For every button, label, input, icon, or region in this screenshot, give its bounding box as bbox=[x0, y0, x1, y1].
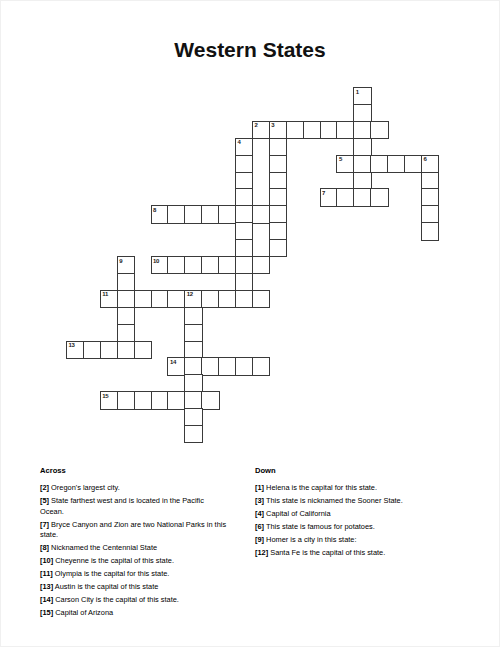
grid-cell[interactable] bbox=[353, 155, 371, 173]
grid-cell[interactable] bbox=[151, 290, 169, 308]
across-clue-list: [2] Oregon's largest city.[5] State fart… bbox=[40, 483, 227, 619]
clue-item: [12] Santa Fe is the capital of this sta… bbox=[255, 548, 467, 559]
grid-cell[interactable] bbox=[252, 205, 270, 223]
grid-cell[interactable] bbox=[167, 391, 185, 409]
grid-cell[interactable]: 13 bbox=[66, 341, 84, 359]
grid-cell[interactable] bbox=[117, 324, 135, 342]
puzzle-title: Western States bbox=[0, 38, 500, 62]
grid-cell[interactable]: 9 bbox=[117, 256, 135, 274]
grid-cell[interactable] bbox=[201, 256, 219, 274]
grid-cell[interactable] bbox=[235, 256, 253, 274]
across-header: Across bbox=[40, 466, 227, 476]
grid-cell[interactable] bbox=[184, 391, 202, 409]
grid-cell[interactable] bbox=[117, 341, 135, 359]
grid-cell[interactable] bbox=[167, 256, 185, 274]
clue-number: [6] bbox=[255, 522, 264, 531]
grid-cell[interactable] bbox=[353, 138, 371, 156]
down-header: Down bbox=[255, 466, 467, 476]
grid-cell[interactable] bbox=[218, 205, 236, 223]
grid-cell[interactable] bbox=[235, 239, 253, 257]
cell-number: 2 bbox=[254, 122, 257, 129]
grid-cell[interactable] bbox=[353, 121, 371, 139]
grid-cell[interactable] bbox=[235, 205, 253, 223]
grid-cell[interactable] bbox=[83, 341, 101, 359]
clue-item: [1] Helena is the capital for this state… bbox=[255, 483, 467, 494]
down-clues-section: Down [1] Helena is the capital for this … bbox=[255, 466, 467, 561]
grid-cell[interactable] bbox=[235, 357, 253, 375]
cell-number: 7 bbox=[322, 190, 325, 197]
grid-cell[interactable] bbox=[235, 188, 253, 206]
grid-cell[interactable] bbox=[269, 239, 287, 257]
grid-cell[interactable] bbox=[184, 425, 202, 443]
grid-cell[interactable]: 10 bbox=[151, 256, 169, 274]
cell-number: 8 bbox=[153, 207, 156, 214]
grid-cell[interactable] bbox=[184, 357, 202, 375]
grid-cell[interactable]: 8 bbox=[151, 205, 169, 223]
grid-cell[interactable] bbox=[184, 374, 202, 392]
clue-number: [8] bbox=[40, 543, 49, 552]
down-clue-list: [1] Helena is the capital for this state… bbox=[255, 483, 467, 559]
grid-cell[interactable]: 5 bbox=[336, 155, 354, 173]
clue-number: [15] bbox=[40, 608, 53, 617]
page: Western States 123456789101112131415 Acr… bbox=[0, 0, 500, 647]
clue-number: [5] bbox=[40, 496, 49, 505]
clue-number: [2] bbox=[40, 483, 49, 492]
grid-cell[interactable] bbox=[184, 324, 202, 342]
grid-cell[interactable]: 15 bbox=[100, 391, 118, 409]
cell-number: 11 bbox=[102, 291, 108, 298]
grid-cell[interactable]: 3 bbox=[269, 121, 287, 139]
clue-number: [1] bbox=[255, 483, 264, 492]
clue-number: [3] bbox=[255, 496, 264, 505]
grid-cell[interactable] bbox=[404, 155, 422, 173]
crossword-grid: 123456789101112131415 bbox=[66, 87, 440, 444]
clue-item: [2] Oregon's largest city. bbox=[40, 483, 227, 494]
grid-cell[interactable] bbox=[353, 188, 371, 206]
clue-item: [5] State farthest west and is located i… bbox=[40, 496, 227, 517]
cell-number: 5 bbox=[339, 156, 342, 163]
grid-cell[interactable] bbox=[218, 357, 236, 375]
grid-cell[interactable] bbox=[269, 172, 287, 190]
grid-cell[interactable] bbox=[336, 188, 354, 206]
grid-cell[interactable] bbox=[252, 256, 270, 274]
clue-item: [10] Cheyenne is the capital of this sta… bbox=[40, 556, 227, 567]
clue-item: [6] This state is famous for potatoes. bbox=[255, 522, 467, 533]
clue-item: [13] Austin is the capital of this state bbox=[40, 582, 227, 593]
grid-cell[interactable] bbox=[218, 290, 236, 308]
cell-number: 6 bbox=[423, 156, 426, 163]
grid-cell[interactable] bbox=[269, 138, 287, 156]
grid-cell[interactable] bbox=[218, 256, 236, 274]
grid-cell[interactable] bbox=[184, 408, 202, 426]
clue-number: [9] bbox=[255, 535, 264, 544]
grid-cell[interactable] bbox=[235, 273, 253, 291]
grid-cell[interactable] bbox=[387, 155, 405, 173]
cell-number: 15 bbox=[102, 393, 108, 400]
clue-item: [11] Olympia is the capital for this sta… bbox=[40, 569, 227, 580]
cell-number: 3 bbox=[271, 122, 274, 129]
grid-cell[interactable] bbox=[184, 256, 202, 274]
grid-cell[interactable] bbox=[421, 172, 439, 190]
grid-cell[interactable] bbox=[421, 222, 439, 240]
grid-cell[interactable]: 11 bbox=[100, 290, 118, 308]
grid-cell[interactable]: 7 bbox=[320, 188, 338, 206]
across-clues-section: Across [2] Oregon's largest city.[5] Sta… bbox=[40, 466, 227, 621]
grid-cell[interactable]: 1 bbox=[353, 87, 371, 105]
clue-item: [15] Capital of Arizona bbox=[40, 608, 227, 619]
grid-cell[interactable] bbox=[370, 188, 388, 206]
grid-cell[interactable] bbox=[235, 222, 253, 240]
grid-cell[interactable] bbox=[117, 290, 135, 308]
grid-cell[interactable] bbox=[235, 172, 253, 190]
grid-cell[interactable] bbox=[117, 391, 135, 409]
grid-cell[interactable] bbox=[421, 188, 439, 206]
grid-cell[interactable] bbox=[353, 104, 371, 122]
clue-number: [10] bbox=[40, 556, 53, 565]
clue-item: [7] Bryce Canyon and Zion are two Nation… bbox=[40, 520, 227, 541]
clue-number: [14] bbox=[40, 595, 53, 604]
clue-number: [12] bbox=[255, 548, 268, 557]
cell-number: 14 bbox=[170, 359, 176, 366]
grid-cell[interactable] bbox=[303, 121, 321, 139]
clue-number: [4] bbox=[255, 509, 264, 518]
grid-cell[interactable] bbox=[134, 341, 152, 359]
grid-cell[interactable] bbox=[235, 155, 253, 173]
clue-item: [3] This state is nicknamed the Sooner S… bbox=[255, 496, 467, 507]
grid-cell[interactable] bbox=[421, 205, 439, 223]
cell-number: 4 bbox=[238, 139, 241, 146]
grid-cell[interactable]: 12 bbox=[184, 290, 202, 308]
grid-cell[interactable] bbox=[370, 155, 388, 173]
grid-cell[interactable] bbox=[184, 205, 202, 223]
grid-cell[interactable] bbox=[134, 290, 152, 308]
grid-cell[interactable] bbox=[184, 341, 202, 359]
grid-cell[interactable] bbox=[100, 341, 118, 359]
grid-cell[interactable] bbox=[201, 357, 219, 375]
cell-number: 12 bbox=[187, 291, 193, 298]
clue-number: [13] bbox=[40, 582, 53, 591]
grid-cell[interactable] bbox=[269, 222, 287, 240]
clue-number: [7] bbox=[40, 520, 49, 529]
clue-number: [11] bbox=[40, 569, 53, 578]
grid-cell[interactable] bbox=[370, 121, 388, 139]
grid-cell[interactable] bbox=[201, 391, 219, 409]
clue-item: [9] Homer is a city in this state: bbox=[255, 535, 467, 546]
grid-cell[interactable] bbox=[151, 391, 169, 409]
clue-item: [14] Carson City is the capital of this … bbox=[40, 595, 227, 606]
clue-item: [8] Nicknamed the Centennial State bbox=[40, 543, 227, 554]
grid-cell[interactable] bbox=[167, 205, 185, 223]
grid-cell[interactable] bbox=[201, 205, 219, 223]
grid-cell[interactable] bbox=[252, 290, 270, 308]
grid-cell[interactable] bbox=[201, 290, 219, 308]
cell-number: 13 bbox=[69, 342, 75, 349]
cell-number: 9 bbox=[119, 258, 122, 265]
grid-cell[interactable] bbox=[134, 391, 152, 409]
grid-cell[interactable] bbox=[167, 290, 185, 308]
grid-cell[interactable] bbox=[269, 188, 287, 206]
grid-cell[interactable] bbox=[286, 121, 304, 139]
grid-cell[interactable] bbox=[269, 155, 287, 173]
cell-number: 1 bbox=[356, 89, 359, 96]
grid-cell[interactable] bbox=[235, 290, 253, 308]
grid-cell[interactable]: 14 bbox=[167, 357, 185, 375]
grid-cell[interactable]: 6 bbox=[421, 155, 439, 173]
grid-cell[interactable] bbox=[320, 121, 338, 139]
grid-cell[interactable] bbox=[184, 307, 202, 325]
grid-cell[interactable] bbox=[269, 205, 287, 223]
grid-cell[interactable] bbox=[117, 307, 135, 325]
grid-cell[interactable] bbox=[336, 121, 354, 139]
grid-cell[interactable] bbox=[353, 172, 371, 190]
clue-item: [4] Capital of California bbox=[255, 509, 467, 520]
cell-number: 10 bbox=[153, 258, 159, 265]
grid-cell[interactable]: 2 bbox=[252, 121, 270, 139]
grid-cell[interactable]: 4 bbox=[235, 138, 253, 156]
grid-cell[interactable] bbox=[252, 357, 270, 375]
grid-cell[interactable] bbox=[117, 273, 135, 291]
